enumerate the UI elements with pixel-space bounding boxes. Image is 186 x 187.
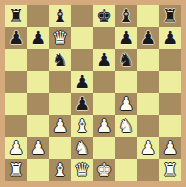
square-f2[interactable] (115, 137, 137, 159)
square-b5[interactable] (27, 71, 49, 93)
piece-black-pawn-h7[interactable]: ♟ (159, 27, 181, 49)
piece-white-pawn-a2[interactable]: ♟ (5, 137, 27, 159)
square-b1[interactable] (27, 159, 49, 181)
square-g2[interactable]: ♟ (137, 137, 159, 159)
square-h5[interactable] (159, 71, 181, 93)
piece-black-bishop-f8[interactable]: ♝ (115, 5, 137, 27)
square-c8[interactable]: ♝ (49, 5, 71, 27)
square-f6[interactable]: ♞ (115, 49, 137, 71)
piece-white-rook-h1[interactable]: ♜ (159, 159, 181, 181)
square-c4[interactable] (49, 93, 71, 115)
square-a3[interactable] (5, 115, 27, 137)
piece-white-queen-c7[interactable]: ♛ (49, 27, 71, 49)
square-g1[interactable] (137, 159, 159, 181)
piece-black-pawn-g7[interactable]: ♟ (137, 27, 159, 49)
piece-white-knight-d2[interactable]: ♞ (71, 137, 93, 159)
square-e2[interactable] (93, 137, 115, 159)
square-a6[interactable] (5, 49, 27, 71)
piece-black-rook-a8[interactable]: ♜ (5, 5, 27, 27)
square-e3[interactable]: ♟ (93, 115, 115, 137)
piece-black-pawn-f7[interactable]: ♟ (115, 27, 137, 49)
square-d6[interactable] (71, 49, 93, 71)
square-d4[interactable]: ♟ (71, 93, 93, 115)
square-d7[interactable] (71, 27, 93, 49)
square-d8[interactable] (71, 5, 93, 27)
square-f3[interactable]: ♞ (115, 115, 137, 137)
piece-white-pawn-b2[interactable]: ♟ (27, 137, 49, 159)
square-h3[interactable] (159, 115, 181, 137)
app-background: { "game": "chess", "position": { "fen": … (0, 0, 186, 187)
square-f8[interactable]: ♝ (115, 5, 137, 27)
square-f1[interactable] (115, 159, 137, 181)
piece-black-pawn-b7[interactable]: ♟ (27, 27, 49, 49)
piece-white-knight-f3[interactable]: ♞ (115, 115, 137, 137)
square-e5[interactable] (93, 71, 115, 93)
piece-black-king-e8[interactable]: ♚ (93, 5, 115, 27)
piece-white-pawn-h2[interactable]: ♟ (159, 137, 181, 159)
square-g7[interactable]: ♟ (137, 27, 159, 49)
square-g3[interactable] (137, 115, 159, 137)
square-c1[interactable]: ♝ (49, 159, 71, 181)
square-c6[interactable]: ♞ (49, 49, 71, 71)
square-a5[interactable] (5, 71, 27, 93)
piece-black-pawn-d4[interactable]: ♟ (71, 93, 93, 115)
piece-black-rook-h8[interactable]: ♜ (159, 5, 181, 27)
square-f4[interactable]: ♟ (115, 93, 137, 115)
piece-black-knight-c6[interactable]: ♞ (49, 49, 71, 71)
piece-white-pawn-e3[interactable]: ♟ (93, 115, 115, 137)
piece-black-pawn-a7[interactable]: ♟ (5, 27, 27, 49)
piece-white-bishop-d3[interactable]: ♝ (71, 115, 93, 137)
piece-white-king-e1[interactable]: ♚ (93, 159, 115, 181)
piece-white-pawn-g2[interactable]: ♟ (137, 137, 159, 159)
square-c3[interactable]: ♟ (49, 115, 71, 137)
square-b2[interactable]: ♟ (27, 137, 49, 159)
piece-white-pawn-f4[interactable]: ♟ (115, 93, 137, 115)
square-h2[interactable]: ♟ (159, 137, 181, 159)
square-c5[interactable] (49, 71, 71, 93)
square-a1[interactable]: ♜ (5, 159, 27, 181)
square-c7[interactable]: ♛ (49, 27, 71, 49)
square-b4[interactable] (27, 93, 49, 115)
square-g5[interactable] (137, 71, 159, 93)
piece-white-pawn-c3[interactable]: ♟ (49, 115, 71, 137)
square-e6[interactable]: ♟ (93, 49, 115, 71)
square-a8[interactable]: ♜ (5, 5, 27, 27)
square-b3[interactable] (27, 115, 49, 137)
square-d3[interactable]: ♝ (71, 115, 93, 137)
piece-black-pawn-d5[interactable]: ♟ (71, 71, 93, 93)
square-g4[interactable] (137, 93, 159, 115)
square-e8[interactable]: ♚ (93, 5, 115, 27)
square-h8[interactable]: ♜ (159, 5, 181, 27)
piece-white-queen-d1[interactable]: ♛ (71, 159, 93, 181)
square-g8[interactable] (137, 5, 159, 27)
square-f5[interactable] (115, 71, 137, 93)
square-e4[interactable] (93, 93, 115, 115)
square-d2[interactable]: ♞ (71, 137, 93, 159)
square-a4[interactable] (5, 93, 27, 115)
square-d5[interactable]: ♟ (71, 71, 93, 93)
piece-white-bishop-c1[interactable]: ♝ (49, 159, 71, 181)
square-g6[interactable] (137, 49, 159, 71)
square-h6[interactable] (159, 49, 181, 71)
square-b7[interactable]: ♟ (27, 27, 49, 49)
square-b6[interactable] (27, 49, 49, 71)
piece-white-rook-a1[interactable]: ♜ (5, 159, 27, 181)
square-d1[interactable]: ♛ (71, 159, 93, 181)
square-e7[interactable] (93, 27, 115, 49)
square-a7[interactable]: ♟ (5, 27, 27, 49)
square-e1[interactable]: ♚ (93, 159, 115, 181)
square-f7[interactable]: ♟ (115, 27, 137, 49)
square-c2[interactable] (49, 137, 71, 159)
square-h1[interactable]: ♜ (159, 159, 181, 181)
piece-black-bishop-c8[interactable]: ♝ (49, 5, 71, 27)
piece-black-pawn-e6[interactable]: ♟ (93, 49, 115, 71)
square-h7[interactable]: ♟ (159, 27, 181, 49)
square-b8[interactable] (27, 5, 49, 27)
square-h4[interactable] (159, 93, 181, 115)
piece-black-knight-f6[interactable]: ♞ (115, 49, 137, 71)
square-a2[interactable]: ♟ (5, 137, 27, 159)
chess-board: ♜♝♚♝♜♟♟♛♟♟♟♞♟♞♟♟♟♟♝♟♞♟♟♞♟♟♜♝♛♚♜ (5, 5, 181, 181)
